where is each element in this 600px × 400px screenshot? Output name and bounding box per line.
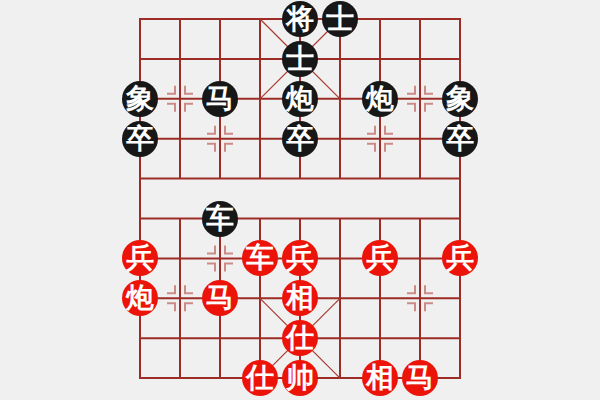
piece-black-cannon[interactable]: 炮: [362, 81, 398, 117]
piece-black-horse[interactable]: 马: [202, 81, 238, 117]
piece-red-elephant[interactable]: 相: [282, 280, 318, 316]
piece-red-horse[interactable]: 马: [202, 280, 238, 316]
piece-red-pawn[interactable]: 兵: [442, 240, 478, 276]
piece-black-chariot[interactable]: 车: [202, 201, 238, 237]
piece-black-elephant[interactable]: 象: [122, 81, 158, 117]
piece-red-advisor[interactable]: 仕: [242, 360, 278, 396]
piece-black-pawn[interactable]: 卒: [122, 121, 158, 157]
piece-black-cannon[interactable]: 炮: [282, 81, 318, 117]
piece-red-elephant[interactable]: 相: [362, 360, 398, 396]
piece-red-chariot[interactable]: 车: [242, 240, 278, 276]
piece-black-pawn[interactable]: 卒: [282, 121, 318, 157]
piece-red-pawn[interactable]: 兵: [282, 240, 318, 276]
piece-black-advisor[interactable]: 士: [282, 41, 318, 77]
piece-red-pawn[interactable]: 兵: [122, 240, 158, 276]
xiangqi-board[interactable]: 将士士象马炮炮象卒卒卒车兵车兵兵兵炮马相仕仕帅相马: [0, 0, 600, 400]
piece-black-pawn[interactable]: 卒: [442, 121, 478, 157]
piece-red-horse[interactable]: 马: [402, 360, 438, 396]
piece-red-pawn[interactable]: 兵: [362, 240, 398, 276]
piece-red-advisor[interactable]: 仕: [282, 320, 318, 356]
piece-black-elephant[interactable]: 象: [442, 81, 478, 117]
piece-red-cannon[interactable]: 炮: [122, 280, 158, 316]
piece-black-advisor[interactable]: 士: [322, 1, 358, 37]
piece-black-general[interactable]: 将: [282, 1, 318, 37]
piece-red-general[interactable]: 帅: [282, 360, 318, 396]
